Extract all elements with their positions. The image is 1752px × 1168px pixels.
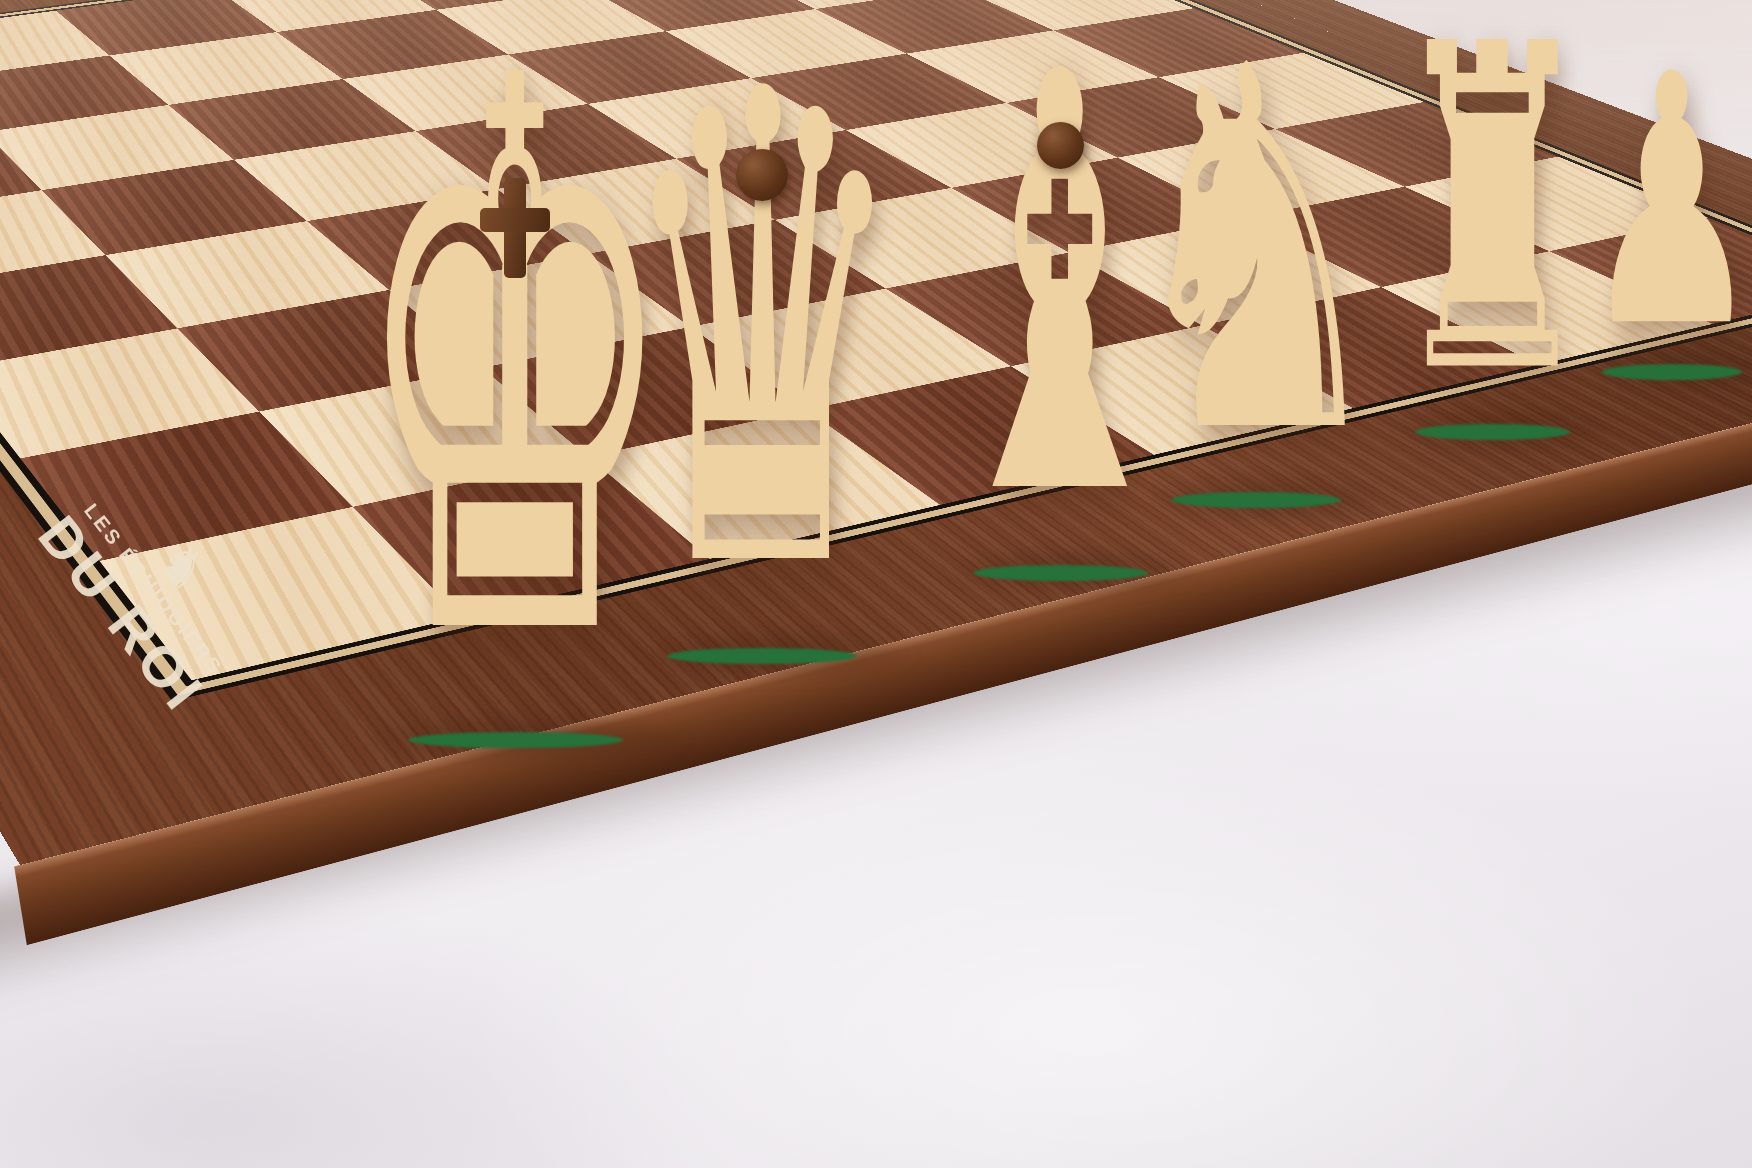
white-bishop-finial-ball: [1037, 122, 1084, 169]
chess-board-photo: ♞ LES ÉCHIQUIERS DU ROI ♚♛♝♞♜♟: [0, 0, 1752, 1168]
white-rook-glyph: ♜: [1388, 0, 1596, 434]
white-queen-finial-ball: [736, 149, 788, 201]
white-pawn-glyph: ♟: [1582, 29, 1752, 374]
white-bishop-glyph: ♝: [931, 0, 1189, 575]
white-king-glyph: ♚: [351, 0, 678, 742]
white-king-finial-cross: [480, 178, 550, 278]
cross-horizontal-bar: [480, 208, 550, 232]
